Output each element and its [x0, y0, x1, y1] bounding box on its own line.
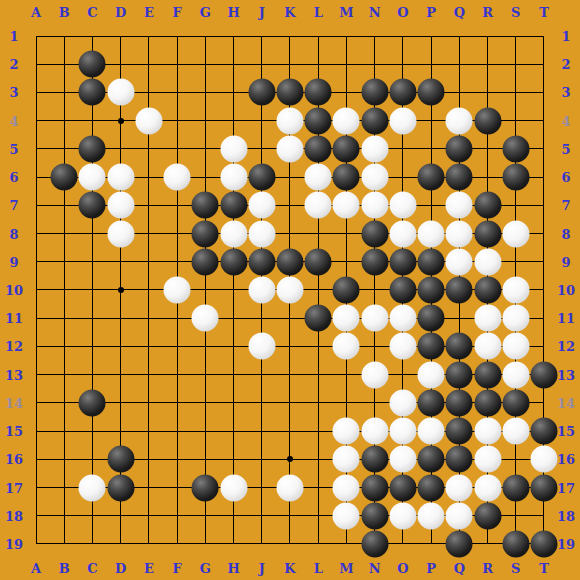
col-label-top-Q: Q [454, 6, 465, 19]
hoshi-point-D4 [118, 118, 124, 124]
hoshi-point-K16 [287, 456, 293, 462]
row-label-left-12: 12 [5, 340, 23, 353]
col-label-top-H: H [227, 6, 239, 19]
col-label-top-G: G [200, 6, 211, 19]
col-label-bottom-Q: Q [454, 562, 465, 575]
black-stone-D16[interactable] [107, 446, 134, 473]
white-stone-C17[interactable] [79, 474, 106, 501]
black-stone-G9[interactable] [192, 248, 219, 275]
black-stone-R7[interactable] [474, 192, 501, 219]
row-label-left-16: 16 [5, 453, 23, 466]
row-label-left-10: 10 [5, 283, 23, 296]
black-stone-N18[interactable] [361, 502, 388, 529]
row-label-right-11: 11 [557, 312, 575, 325]
row-label-right-5: 5 [561, 142, 570, 155]
white-stone-N6[interactable] [361, 164, 388, 191]
row-label-left-4: 4 [9, 114, 18, 127]
white-stone-O12[interactable] [389, 333, 416, 360]
black-stone-Q10[interactable] [446, 276, 473, 303]
white-stone-O18[interactable] [389, 502, 416, 529]
row-label-right-3: 3 [561, 86, 570, 99]
row-label-right-12: 12 [557, 340, 575, 353]
row-label-right-14: 14 [557, 396, 575, 409]
white-stone-P15[interactable] [418, 418, 445, 445]
white-stone-S10[interactable] [502, 276, 529, 303]
white-stone-J8[interactable] [248, 220, 275, 247]
black-stone-N19[interactable] [361, 530, 388, 557]
white-stone-D8[interactable] [107, 220, 134, 247]
black-stone-Q6[interactable] [446, 164, 473, 191]
col-label-top-R: R [482, 6, 493, 19]
black-stone-P12[interactable] [418, 333, 445, 360]
black-stone-B6[interactable] [51, 164, 78, 191]
row-label-left-9: 9 [9, 255, 18, 268]
col-label-bottom-S: S [511, 562, 520, 575]
row-label-left-3: 3 [9, 86, 18, 99]
white-stone-O11[interactable] [389, 305, 416, 332]
row-label-left-14: 14 [5, 396, 23, 409]
black-stone-T13[interactable] [530, 361, 557, 388]
black-stone-R18[interactable] [474, 502, 501, 529]
row-label-left-2: 2 [9, 58, 18, 71]
col-label-bottom-J: J [259, 562, 265, 575]
black-stone-P11[interactable] [418, 305, 445, 332]
row-label-left-18: 18 [5, 509, 23, 522]
col-label-bottom-K: K [284, 562, 295, 575]
white-stone-O4[interactable] [389, 107, 416, 134]
black-stone-Q14[interactable] [446, 389, 473, 416]
col-label-bottom-L: L [314, 562, 323, 575]
white-stone-N7[interactable] [361, 192, 388, 219]
black-stone-O3[interactable] [389, 79, 416, 106]
row-label-right-19: 19 [557, 537, 575, 550]
grid-line-horizontal [36, 318, 545, 319]
row-label-right-15: 15 [557, 425, 575, 438]
black-stone-Q16[interactable] [446, 446, 473, 473]
black-stone-Q13[interactable] [446, 361, 473, 388]
white-stone-R12[interactable] [474, 333, 501, 360]
go-board[interactable]: AABBCCDDEEFFGGHHJJKKLLMMNNOOPPQQRRSSTT11… [0, 0, 580, 580]
black-stone-M10[interactable] [333, 276, 360, 303]
col-label-top-D: D [115, 6, 126, 19]
black-stone-S17[interactable] [502, 474, 529, 501]
row-label-left-11: 11 [5, 312, 23, 325]
white-stone-E4[interactable] [135, 107, 162, 134]
col-label-bottom-F: F [172, 562, 181, 575]
black-stone-S14[interactable] [502, 389, 529, 416]
row-label-right-2: 2 [561, 58, 570, 71]
white-stone-O16[interactable] [389, 446, 416, 473]
col-label-bottom-N: N [369, 562, 381, 575]
row-label-left-17: 17 [5, 481, 23, 494]
black-stone-N9[interactable] [361, 248, 388, 275]
black-stone-H9[interactable] [220, 248, 247, 275]
black-stone-Q19[interactable] [446, 530, 473, 557]
black-stone-Q5[interactable] [446, 135, 473, 162]
black-stone-G17[interactable] [192, 474, 219, 501]
black-stone-J6[interactable] [248, 164, 275, 191]
white-stone-K4[interactable] [276, 107, 303, 134]
black-stone-L3[interactable] [305, 79, 332, 106]
white-stone-L7[interactable] [305, 192, 332, 219]
black-stone-M6[interactable] [333, 164, 360, 191]
black-stone-O17[interactable] [389, 474, 416, 501]
black-stone-C14[interactable] [79, 389, 106, 416]
black-stone-K9[interactable] [276, 248, 303, 275]
black-stone-N4[interactable] [361, 107, 388, 134]
white-stone-H8[interactable] [220, 220, 247, 247]
col-label-bottom-A: A [31, 562, 41, 575]
row-label-right-10: 10 [557, 283, 575, 296]
black-stone-P6[interactable] [418, 164, 445, 191]
row-label-right-9: 9 [561, 255, 570, 268]
black-stone-P10[interactable] [418, 276, 445, 303]
black-stone-L5[interactable] [305, 135, 332, 162]
col-label-top-M: M [339, 6, 353, 19]
col-label-bottom-P: P [426, 562, 436, 575]
white-stone-Q17[interactable] [446, 474, 473, 501]
col-label-top-O: O [397, 6, 408, 19]
white-stone-P13[interactable] [418, 361, 445, 388]
white-stone-N11[interactable] [361, 305, 388, 332]
black-stone-R13[interactable] [474, 361, 501, 388]
white-stone-D6[interactable] [107, 164, 134, 191]
white-stone-F6[interactable] [164, 164, 191, 191]
black-stone-C7[interactable] [79, 192, 106, 219]
white-stone-R15[interactable] [474, 418, 501, 445]
black-stone-K3[interactable] [276, 79, 303, 106]
white-stone-Q4[interactable] [446, 107, 473, 134]
white-stone-S12[interactable] [502, 333, 529, 360]
row-label-right-4: 4 [561, 114, 570, 127]
row-label-right-17: 17 [557, 481, 575, 494]
black-stone-P14[interactable] [418, 389, 445, 416]
col-label-bottom-H: H [227, 562, 239, 575]
black-stone-J9[interactable] [248, 248, 275, 275]
white-stone-S15[interactable] [502, 418, 529, 445]
row-label-left-8: 8 [9, 227, 18, 240]
black-stone-S6[interactable] [502, 164, 529, 191]
white-stone-M17[interactable] [333, 474, 360, 501]
white-stone-M7[interactable] [333, 192, 360, 219]
white-stone-G11[interactable] [192, 305, 219, 332]
row-label-left-6: 6 [9, 171, 18, 184]
col-label-bottom-B: B [59, 562, 70, 575]
black-stone-R14[interactable] [474, 389, 501, 416]
white-stone-S13[interactable] [502, 361, 529, 388]
black-stone-R4[interactable] [474, 107, 501, 134]
black-stone-O9[interactable] [389, 248, 416, 275]
col-label-bottom-T: T [539, 562, 549, 575]
col-label-bottom-C: C [87, 562, 97, 575]
black-stone-T15[interactable] [530, 418, 557, 445]
white-stone-Q9[interactable] [446, 248, 473, 275]
black-stone-G8[interactable] [192, 220, 219, 247]
black-stone-N3[interactable] [361, 79, 388, 106]
black-stone-O10[interactable] [389, 276, 416, 303]
col-label-top-L: L [314, 6, 323, 19]
white-stone-M4[interactable] [333, 107, 360, 134]
col-label-top-B: B [59, 6, 70, 19]
col-label-bottom-D: D [115, 562, 126, 575]
white-stone-Q18[interactable] [446, 502, 473, 529]
black-stone-L4[interactable] [305, 107, 332, 134]
white-stone-O7[interactable] [389, 192, 416, 219]
col-label-top-T: T [539, 6, 549, 19]
black-stone-C5[interactable] [79, 135, 106, 162]
row-label-left-5: 5 [9, 142, 18, 155]
white-stone-M15[interactable] [333, 418, 360, 445]
col-label-bottom-E: E [144, 562, 154, 575]
row-label-right-7: 7 [561, 199, 570, 212]
col-label-top-S: S [511, 6, 520, 19]
col-label-bottom-O: O [397, 562, 408, 575]
black-stone-R8[interactable] [474, 220, 501, 247]
white-stone-H5[interactable] [220, 135, 247, 162]
white-stone-D3[interactable] [107, 79, 134, 106]
white-stone-K10[interactable] [276, 276, 303, 303]
black-stone-L11[interactable] [305, 305, 332, 332]
white-stone-C6[interactable] [79, 164, 106, 191]
col-label-bottom-G: G [200, 562, 211, 575]
col-label-bottom-M: M [339, 562, 353, 575]
white-stone-S11[interactable] [502, 305, 529, 332]
col-label-top-N: N [369, 6, 381, 19]
black-stone-N8[interactable] [361, 220, 388, 247]
black-stone-Q15[interactable] [446, 418, 473, 445]
white-stone-Q7[interactable] [446, 192, 473, 219]
black-stone-N16[interactable] [361, 446, 388, 473]
black-stone-L9[interactable] [305, 248, 332, 275]
white-stone-J10[interactable] [248, 276, 275, 303]
row-label-left-1: 1 [9, 30, 18, 43]
white-stone-F10[interactable] [164, 276, 191, 303]
white-stone-K17[interactable] [276, 474, 303, 501]
col-label-top-J: J [259, 6, 265, 19]
black-stone-N17[interactable] [361, 474, 388, 501]
col-label-bottom-R: R [482, 562, 493, 575]
white-stone-M11[interactable] [333, 305, 360, 332]
white-stone-R11[interactable] [474, 305, 501, 332]
black-stone-C3[interactable] [79, 79, 106, 106]
white-stone-P18[interactable] [418, 502, 445, 529]
hoshi-point-D10 [118, 287, 124, 293]
white-stone-R9[interactable] [474, 248, 501, 275]
row-label-left-15: 15 [5, 425, 23, 438]
black-stone-D17[interactable] [107, 474, 134, 501]
black-stone-G7[interactable] [192, 192, 219, 219]
col-label-top-A: A [31, 6, 41, 19]
black-stone-S5[interactable] [502, 135, 529, 162]
white-stone-N15[interactable] [361, 418, 388, 445]
white-stone-O8[interactable] [389, 220, 416, 247]
row-label-left-13: 13 [5, 368, 23, 381]
black-stone-C2[interactable] [79, 51, 106, 78]
white-stone-R17[interactable] [474, 474, 501, 501]
white-stone-O15[interactable] [389, 418, 416, 445]
row-label-right-18: 18 [557, 509, 575, 522]
black-stone-P16[interactable] [418, 446, 445, 473]
row-label-left-19: 19 [5, 537, 23, 550]
row-label-right-16: 16 [557, 453, 575, 466]
col-label-top-K: K [284, 6, 295, 19]
white-stone-H17[interactable] [220, 474, 247, 501]
black-stone-P17[interactable] [418, 474, 445, 501]
row-label-right-13: 13 [557, 368, 575, 381]
white-stone-P8[interactable] [418, 220, 445, 247]
white-stone-M12[interactable] [333, 333, 360, 360]
row-label-left-7: 7 [9, 199, 18, 212]
row-label-right-1: 1 [561, 30, 570, 43]
white-stone-R16[interactable] [474, 446, 501, 473]
white-stone-M16[interactable] [333, 446, 360, 473]
white-stone-J7[interactable] [248, 192, 275, 219]
white-stone-O14[interactable] [389, 389, 416, 416]
white-stone-L6[interactable] [305, 164, 332, 191]
black-stone-Q12[interactable] [446, 333, 473, 360]
row-label-right-6: 6 [561, 171, 570, 184]
black-stone-J3[interactable] [248, 79, 275, 106]
col-label-top-C: C [87, 6, 97, 19]
black-stone-M5[interactable] [333, 135, 360, 162]
black-stone-P3[interactable] [418, 79, 445, 106]
white-stone-J12[interactable] [248, 333, 275, 360]
white-stone-N5[interactable] [361, 135, 388, 162]
row-label-right-8: 8 [561, 227, 570, 240]
white-stone-T16[interactable] [530, 446, 557, 473]
col-label-top-F: F [172, 6, 181, 19]
black-stone-T17[interactable] [530, 474, 557, 501]
white-stone-H6[interactable] [220, 164, 247, 191]
col-label-top-P: P [426, 6, 436, 19]
black-stone-R10[interactable] [474, 276, 501, 303]
white-stone-M18[interactable] [333, 502, 360, 529]
black-stone-P9[interactable] [418, 248, 445, 275]
white-stone-S8[interactable] [502, 220, 529, 247]
white-stone-K5[interactable] [276, 135, 303, 162]
black-stone-T19[interactable] [530, 530, 557, 557]
white-stone-N13[interactable] [361, 361, 388, 388]
white-stone-D7[interactable] [107, 192, 134, 219]
black-stone-H7[interactable] [220, 192, 247, 219]
col-label-top-E: E [144, 6, 154, 19]
white-stone-Q8[interactable] [446, 220, 473, 247]
black-stone-S19[interactable] [502, 530, 529, 557]
